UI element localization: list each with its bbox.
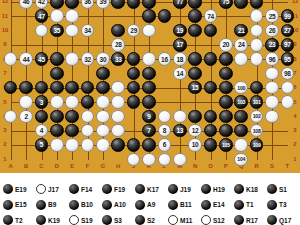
stone-black-M10: 19 xyxy=(173,24,187,38)
stone-move-number: 19 xyxy=(176,27,183,34)
white-stone-icon xyxy=(69,215,79,225)
capture-entry-K17: K17 xyxy=(135,182,168,196)
black-stone-icon xyxy=(36,215,46,225)
black-stone-icon xyxy=(36,200,46,210)
capture-entry-S2: S2 xyxy=(135,213,168,225)
stone-white-C12: 42 xyxy=(35,0,49,9)
row-label-right-1: 1 xyxy=(290,156,300,163)
row-label-right-12: 12 xyxy=(290,0,300,5)
stone-white-Q2 xyxy=(234,138,248,152)
stone-black-N11 xyxy=(188,9,202,23)
white-stone-icon xyxy=(201,215,211,225)
stone-white-K8 xyxy=(142,52,156,66)
stone-black-L11 xyxy=(158,9,172,23)
stone-black-R2: 109 xyxy=(250,138,264,152)
stone-move-number: 104 xyxy=(237,156,245,162)
stone-black-K4: 9 xyxy=(142,110,156,124)
capture-legend: E19J17F14F19K17J19H19K18S1E15B9B10A10A9B… xyxy=(0,176,300,225)
stone-black-D8 xyxy=(50,52,64,66)
capture-coordinate: J19 xyxy=(180,186,191,193)
legend-row-1: E19J17F14F19K17J19H19K18S1 xyxy=(3,182,300,196)
stone-black-O10 xyxy=(204,24,218,38)
stone-white-F2 xyxy=(81,138,95,152)
stone-white-G3 xyxy=(96,124,110,138)
stone-black-P8 xyxy=(219,52,233,66)
stone-white-Q8 xyxy=(234,52,248,66)
row-label-right-2: 2 xyxy=(290,141,300,148)
capture-entry-F19: F19 xyxy=(102,182,135,196)
stone-move-number: 21 xyxy=(238,27,245,34)
stone-black-K2 xyxy=(142,138,156,152)
capture-coordinate: B10 xyxy=(81,201,93,208)
stone-white-T5 xyxy=(281,95,295,109)
stone-black-C5: 3 xyxy=(35,95,49,109)
stone-white-S5 xyxy=(265,95,279,109)
stone-white-R11 xyxy=(250,9,264,23)
black-stone-icon xyxy=(168,184,178,194)
capture-coordinate: S2 xyxy=(147,217,155,224)
black-stone-icon xyxy=(168,200,178,210)
white-stone-icon xyxy=(36,184,46,194)
capture-coordinate: F19 xyxy=(114,186,125,193)
stone-black-J6 xyxy=(127,81,141,95)
capture-entry-E19: E19 xyxy=(3,182,36,196)
stone-move-number: 15 xyxy=(192,84,199,91)
capture-entry-M11: M11 xyxy=(168,213,201,225)
stone-black-P12: 75 xyxy=(219,0,233,9)
stone-black-T11: 99 xyxy=(281,9,295,23)
stone-black-P5 xyxy=(219,95,233,109)
stone-black-J5 xyxy=(127,95,141,109)
stone-move-number: 39 xyxy=(100,0,107,5)
stone-black-M9: 17 xyxy=(173,38,187,52)
col-label-G: G xyxy=(98,163,108,170)
stone-move-number: 25 xyxy=(269,12,276,19)
black-stone-icon xyxy=(234,200,244,210)
legend-row-3: T2K19S19S3S2M11S12R17Q17 xyxy=(3,213,300,225)
stone-move-number: 32 xyxy=(84,55,91,62)
stone-white-T7: 98 xyxy=(281,67,295,81)
stone-move-number: 45 xyxy=(38,55,45,62)
stone-white-G2 xyxy=(96,138,110,152)
stone-black-D12 xyxy=(50,0,64,9)
stone-black-E6 xyxy=(65,81,79,95)
row-label-left-2: 2 xyxy=(0,141,10,148)
col-label-S: S xyxy=(267,163,277,170)
stone-white-G5 xyxy=(96,95,110,109)
stone-black-Q5: 103 xyxy=(234,95,248,109)
stone-move-number: 2 xyxy=(24,113,27,120)
stone-white-F12: 36 xyxy=(81,0,95,9)
stone-move-number: 96 xyxy=(269,55,276,62)
stone-white-S8: 96 xyxy=(265,52,279,66)
stone-move-number: 27 xyxy=(284,27,291,34)
stone-white-A4 xyxy=(4,110,18,124)
stone-move-number: 28 xyxy=(115,41,122,48)
capture-coordinate: K19 xyxy=(48,217,60,224)
stone-move-number: 7 xyxy=(147,127,150,134)
capture-entry-B11: B11 xyxy=(168,198,201,212)
row-label-right-3: 3 xyxy=(290,127,300,134)
capture-entry-S1: S1 xyxy=(267,182,300,196)
capture-entry-A10: A10 xyxy=(102,198,135,212)
stone-white-K10 xyxy=(142,24,156,38)
stone-black-R5: 101 xyxy=(250,95,264,109)
capture-coordinate: M11 xyxy=(180,217,192,224)
stone-black-E3 xyxy=(65,124,79,138)
stone-white-F4 xyxy=(81,110,95,124)
row-label-left-3: 3 xyxy=(0,127,10,134)
stone-black-K3: 7 xyxy=(142,124,156,138)
stone-white-L8: 16 xyxy=(158,52,172,66)
stone-white-R9 xyxy=(250,38,264,52)
stone-move-number: 17 xyxy=(176,41,183,48)
capture-coordinate: S12 xyxy=(213,217,225,224)
stone-white-S10: 26 xyxy=(265,24,279,38)
stone-white-M4 xyxy=(173,110,187,124)
stone-black-D7 xyxy=(50,67,64,81)
stone-black-A6 xyxy=(4,81,18,95)
stone-black-B6 xyxy=(19,81,33,95)
stone-black-O3 xyxy=(204,124,218,138)
stone-white-A8 xyxy=(4,52,18,66)
black-stone-icon xyxy=(135,184,145,194)
stone-black-K11 xyxy=(142,9,156,23)
col-label-H: H xyxy=(113,163,123,170)
stone-move-number: 44 xyxy=(23,55,30,62)
row-label-left-1: 1 xyxy=(0,156,10,163)
stone-black-C8: 45 xyxy=(35,52,49,66)
stone-black-C4 xyxy=(35,110,49,124)
stone-move-number: 18 xyxy=(176,55,183,62)
capture-coordinate: B11 xyxy=(180,201,192,208)
stone-black-E12 xyxy=(65,0,79,9)
capture-coordinate: E14 xyxy=(213,201,225,208)
stone-move-number: 16 xyxy=(161,55,168,62)
capture-coordinate: Q17 xyxy=(279,217,291,224)
stone-white-P9: 20 xyxy=(219,38,233,52)
capture-coordinate: J17 xyxy=(48,186,59,193)
stone-white-Q6: 100 xyxy=(234,81,248,95)
capture-coordinate: S19 xyxy=(81,217,93,224)
stone-white-D11 xyxy=(50,9,64,23)
stone-black-N7 xyxy=(188,67,202,81)
col-label-D: D xyxy=(52,163,62,170)
stone-black-N12 xyxy=(188,0,202,9)
stone-move-number: 75 xyxy=(223,0,230,5)
stone-black-D4 xyxy=(50,110,64,124)
capture-entry-S19: S19 xyxy=(69,213,102,225)
col-label-N: N xyxy=(190,163,200,170)
col-label-F: F xyxy=(83,163,93,170)
stone-black-P3 xyxy=(219,124,233,138)
stone-move-number: 14 xyxy=(176,70,183,77)
capture-coordinate: A10 xyxy=(114,201,126,208)
stone-move-number: 109 xyxy=(253,142,261,148)
stone-black-P4 xyxy=(219,110,233,124)
stone-black-J7 xyxy=(127,67,141,81)
black-stone-icon xyxy=(102,200,112,210)
stone-move-number: 23 xyxy=(269,41,276,48)
stone-white-L1 xyxy=(158,153,172,167)
stone-white-L4 xyxy=(158,110,172,124)
stone-black-G6 xyxy=(96,81,110,95)
col-label-A: A xyxy=(6,163,16,170)
stone-move-number: 46 xyxy=(23,0,30,5)
row-label-left-12: 12 xyxy=(0,0,10,5)
stone-white-E11 xyxy=(65,9,79,23)
black-stone-icon xyxy=(201,200,211,210)
stone-white-D2 xyxy=(50,138,64,152)
capture-entry-T3: T3 xyxy=(267,198,300,212)
stone-black-F5 xyxy=(81,95,95,109)
stone-move-number: 36 xyxy=(84,0,91,5)
stone-black-M12: 77 xyxy=(173,0,187,9)
capture-entry-B10: B10 xyxy=(69,198,102,212)
row-label-left-9: 9 xyxy=(0,41,10,48)
stone-black-K6 xyxy=(142,81,156,95)
stone-black-H2 xyxy=(111,138,125,152)
black-stone-icon xyxy=(201,184,211,194)
stone-white-F10: 34 xyxy=(81,24,95,38)
capture-coordinate: T2 xyxy=(15,217,23,224)
capture-coordinate: F14 xyxy=(81,186,92,193)
stone-white-H3 xyxy=(111,124,125,138)
stone-move-number: 42 xyxy=(38,0,45,5)
stone-white-R8 xyxy=(250,52,264,66)
row-label-left-11: 11 xyxy=(0,13,10,20)
stone-black-K7 xyxy=(142,67,156,81)
stone-black-H8: 33 xyxy=(111,52,125,66)
stone-black-D6 xyxy=(50,81,64,95)
capture-entry-A9: A9 xyxy=(135,198,168,212)
capture-entry-B9: B9 xyxy=(36,198,69,212)
stone-move-number: 26 xyxy=(269,27,276,34)
stone-black-N10 xyxy=(188,24,202,38)
black-stone-icon xyxy=(69,200,79,210)
stone-black-F6 xyxy=(81,81,95,95)
black-stone-icon xyxy=(135,200,145,210)
stone-black-H12 xyxy=(111,0,125,9)
stone-white-C3: 4 xyxy=(35,124,49,138)
stone-white-L3: 8 xyxy=(158,124,172,138)
stone-move-number: 97 xyxy=(284,41,291,48)
capture-coordinate: B9 xyxy=(48,201,56,208)
stone-black-J2 xyxy=(127,138,141,152)
stone-black-Q12 xyxy=(234,0,248,9)
stone-white-B4: 2 xyxy=(19,110,33,124)
stone-white-B5 xyxy=(19,95,33,109)
black-stone-icon xyxy=(135,215,145,225)
black-stone-icon xyxy=(3,215,13,225)
stone-black-N6: 15 xyxy=(188,81,202,95)
stone-black-O6 xyxy=(204,81,218,95)
stone-white-D5 xyxy=(50,95,64,109)
stone-white-E8 xyxy=(65,52,79,66)
stone-white-R3: 108 xyxy=(250,124,264,138)
stone-white-M1 xyxy=(173,153,187,167)
stone-white-F3 xyxy=(81,124,95,138)
col-label-P: P xyxy=(221,163,231,170)
stone-black-M3: 13 xyxy=(173,124,187,138)
col-label-T: T xyxy=(282,163,292,170)
stone-white-J10: 29 xyxy=(127,24,141,38)
col-label-R: R xyxy=(252,163,262,170)
row-label-left-5: 5 xyxy=(0,99,10,106)
stone-black-Q10: 21 xyxy=(234,24,248,38)
stone-move-number: 108 xyxy=(253,127,261,133)
stone-black-D3 xyxy=(50,124,64,138)
capture-entry-K19: K19 xyxy=(36,213,69,225)
col-label-O: O xyxy=(206,163,216,170)
stone-move-number: 33 xyxy=(115,55,122,62)
capture-entry-T2: T2 xyxy=(3,213,36,225)
stone-move-number: 5 xyxy=(40,141,43,148)
col-label-B: B xyxy=(21,163,31,170)
stone-move-number: 13 xyxy=(176,127,183,134)
stone-white-R4: 102 xyxy=(250,110,264,124)
stone-white-S4 xyxy=(265,110,279,124)
capture-coordinate: H19 xyxy=(213,186,225,193)
black-stone-icon xyxy=(267,215,277,225)
capture-coordinate: K17 xyxy=(147,186,159,193)
legend-row-2: E15B9B10A10A9B11E14T1T3 xyxy=(3,198,300,212)
stone-move-number: 101 xyxy=(253,99,261,105)
stone-white-B12: 46 xyxy=(19,0,33,9)
stone-black-G7 xyxy=(96,67,110,81)
stone-move-number: 102 xyxy=(253,113,261,119)
stone-black-C6 xyxy=(35,81,49,95)
capture-entry-E14: E14 xyxy=(201,198,234,212)
stone-black-C2: 5 xyxy=(35,138,49,152)
stone-black-C11: 47 xyxy=(35,9,49,23)
stone-move-number: 98 xyxy=(284,70,291,77)
stone-move-number: 12 xyxy=(192,127,199,134)
black-stone-icon xyxy=(234,184,244,194)
stone-black-O2 xyxy=(204,138,218,152)
capture-coordinate: T1 xyxy=(246,201,254,208)
stone-move-number: 47 xyxy=(38,12,45,19)
stone-white-F8: 32 xyxy=(81,52,95,66)
stone-white-H9: 28 xyxy=(111,38,125,52)
stone-black-R12 xyxy=(250,0,264,9)
stone-black-H10 xyxy=(111,24,125,38)
stone-move-number: 20 xyxy=(223,41,230,48)
black-stone-icon xyxy=(234,215,244,225)
stone-move-number: 95 xyxy=(284,55,291,62)
capture-entry-S3: S3 xyxy=(102,213,135,225)
stone-white-S6 xyxy=(265,81,279,95)
stone-move-number: 6 xyxy=(163,141,166,148)
stone-white-O11: 74 xyxy=(204,9,218,23)
black-stone-icon xyxy=(102,215,112,225)
stone-move-number: 4 xyxy=(40,127,43,134)
stone-move-number: 10 xyxy=(192,141,199,148)
capture-entry-K18: K18 xyxy=(234,182,267,196)
stone-black-T8: 95 xyxy=(281,52,295,66)
black-stone-icon xyxy=(3,200,13,210)
stone-white-G4 xyxy=(96,110,110,124)
stone-white-G8: 30 xyxy=(96,52,110,66)
stone-move-number: 77 xyxy=(176,0,183,5)
row-label-left-7: 7 xyxy=(0,70,10,77)
stone-black-J12 xyxy=(127,0,141,9)
stone-white-Q1: 104 xyxy=(234,153,248,167)
stone-white-H5 xyxy=(111,95,125,109)
capture-coordinate: T3 xyxy=(279,201,287,208)
stone-black-R6 xyxy=(250,81,264,95)
row-label-left-10: 10 xyxy=(0,27,10,34)
capture-entry-F14: F14 xyxy=(69,182,102,196)
stone-white-T6 xyxy=(281,81,295,95)
stone-move-number: 30 xyxy=(100,55,107,62)
stone-white-M8: 18 xyxy=(173,52,187,66)
capture-coordinate: S1 xyxy=(279,186,287,193)
col-label-E: E xyxy=(67,163,77,170)
stone-black-K12 xyxy=(142,0,156,9)
stone-black-O4 xyxy=(204,110,218,124)
stone-white-J1 xyxy=(127,153,141,167)
stone-black-O8 xyxy=(204,52,218,66)
capture-entry-H19: H19 xyxy=(201,182,234,196)
stone-move-number: 100 xyxy=(237,84,245,90)
stone-black-K5 xyxy=(142,95,156,109)
stone-white-E2 xyxy=(65,138,79,152)
stone-white-E5 xyxy=(65,95,79,109)
stone-move-number: 24 xyxy=(238,41,245,48)
capture-coordinate: S3 xyxy=(114,217,122,224)
capture-coordinate: E19 xyxy=(15,186,27,193)
capture-entry-J19: J19 xyxy=(168,182,201,196)
stone-move-number: 103 xyxy=(237,99,245,105)
go-game-screenshot: 121211111010998877665544332211ABCDEFGHJK… xyxy=(0,0,300,225)
stone-move-number: 9 xyxy=(147,113,150,120)
stone-black-N4 xyxy=(188,110,202,124)
capture-entry-J17: J17 xyxy=(36,182,69,196)
stone-white-K1 xyxy=(142,153,156,167)
capture-coordinate: E15 xyxy=(15,201,27,208)
stone-white-E10 xyxy=(65,24,79,38)
stone-black-Q3 xyxy=(234,124,248,138)
go-board[interactable]: 121211111010998877665544332211ABCDEFGHJK… xyxy=(0,0,300,173)
stone-move-number: 8 xyxy=(163,127,166,134)
stone-white-N3: 12 xyxy=(188,124,202,138)
capture-coordinate: R17 xyxy=(246,217,258,224)
stone-move-number: 74 xyxy=(207,12,214,19)
black-stone-icon xyxy=(3,184,13,194)
stone-white-B8: 44 xyxy=(19,52,33,66)
capture-coordinate: A9 xyxy=(147,201,155,208)
capture-entry-Q17: Q17 xyxy=(267,213,300,225)
capture-entry-T1: T1 xyxy=(234,198,267,212)
stone-white-G12: 39 xyxy=(96,0,110,9)
stone-move-number: 3 xyxy=(40,98,43,105)
stone-black-J8 xyxy=(127,52,141,66)
stone-white-M7: 14 xyxy=(173,67,187,81)
col-label-C: C xyxy=(36,163,46,170)
stone-white-C10 xyxy=(35,24,49,38)
stone-black-E4 xyxy=(65,110,79,124)
white-stone-icon xyxy=(168,215,178,225)
black-stone-icon xyxy=(69,184,79,194)
capture-entry-R17: R17 xyxy=(234,213,267,225)
stone-white-H6 xyxy=(111,81,125,95)
stone-white-H4 xyxy=(111,110,125,124)
stone-black-P2: 105 xyxy=(219,138,233,152)
stone-black-T9: 97 xyxy=(281,38,295,52)
stone-black-T10: 27 xyxy=(281,24,295,38)
stone-move-number: 29 xyxy=(130,27,137,34)
